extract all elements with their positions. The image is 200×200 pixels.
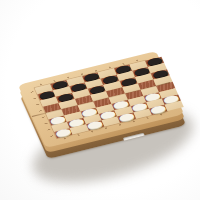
scene: ●●●●●●●●●●●●●●●●●●●●●●●● <box>0 0 200 200</box>
